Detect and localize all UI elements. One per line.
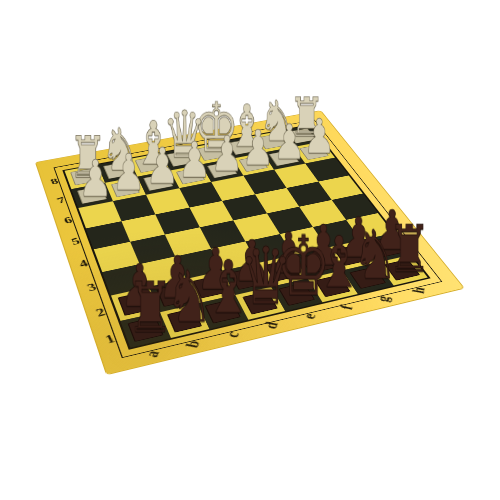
product-photo: 87654321 abcdefgh ♜♞♝♛♚♝♞♜♟♟♟♟♟♟♟♟♟♟♟♟♟♟…	[0, 0, 500, 500]
piece-a7-pawn: ♟	[78, 155, 112, 203]
chess-board: ♜♞♝♛♚♝♞♜♟♟♟♟♟♟♟♟♟♟♟♟♟♟♟♟♜♞♝♛♚♝♞♜	[62, 124, 430, 349]
piece-c7-pawn: ♟	[145, 143, 179, 190]
square-a7: ♟	[71, 183, 112, 208]
chess-mat: 87654321 abcdefgh ♜♞♝♛♚♝♞♜♟♟♟♟♟♟♟♟♟♟♟♟♟♟…	[35, 110, 465, 375]
piece-d7-pawn: ♟	[178, 137, 211, 184]
piece-f7-pawn: ♟	[242, 125, 275, 171]
piece-g7-pawn: ♟	[273, 120, 305, 166]
piece-h7-pawn: ♟	[303, 114, 335, 159]
piece-e7-pawn: ♟	[210, 131, 243, 178]
piece-b7-pawn: ♟	[112, 149, 146, 197]
piece-a1-rook: ♜	[126, 275, 173, 341]
